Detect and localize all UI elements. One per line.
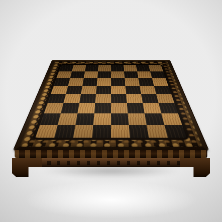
square-c3 (77, 103, 95, 113)
square-h3 (159, 103, 178, 113)
square-e2 (111, 113, 129, 124)
square-h6 (152, 78, 168, 86)
square-b1 (54, 125, 75, 138)
square-e3 (111, 103, 128, 113)
square-d3 (94, 103, 111, 113)
square-f3 (127, 103, 145, 113)
frame-front-edge (15, 150, 208, 158)
square-d4 (95, 94, 111, 103)
square-c5 (81, 86, 97, 94)
square-c7 (84, 71, 98, 78)
square-e4 (111, 94, 127, 103)
square-f6 (125, 78, 140, 86)
square-h7 (150, 71, 165, 78)
square-e6 (111, 78, 125, 86)
dentil-carving (18, 161, 205, 165)
square-f7 (124, 71, 138, 78)
square-e1 (111, 125, 130, 138)
square-h2 (161, 113, 182, 124)
right-foot (180, 158, 210, 177)
square-b7 (70, 71, 85, 78)
square-d7 (97, 71, 111, 78)
square-f1 (129, 125, 149, 138)
board-top-surface (14, 60, 208, 150)
square-c2 (75, 113, 94, 124)
square-c4 (79, 94, 96, 103)
square-b6 (68, 78, 84, 86)
square-c6 (82, 78, 97, 86)
chessboard (0, 0, 222, 222)
square-d1 (92, 125, 111, 138)
base-rail (13, 158, 210, 167)
square-d2 (93, 113, 111, 124)
left-foot (12, 158, 42, 177)
square-b3 (61, 103, 80, 113)
square-d6 (97, 78, 111, 86)
square-d5 (96, 86, 111, 94)
square-f5 (125, 86, 141, 94)
square-c1 (73, 125, 93, 138)
square-f2 (128, 113, 147, 124)
square-h5 (154, 86, 171, 94)
square-e7 (111, 71, 125, 78)
square-e5 (111, 86, 126, 94)
squares-grid (35, 65, 186, 137)
square-f4 (126, 94, 143, 103)
square-b4 (63, 94, 80, 103)
square-b2 (58, 113, 78, 124)
square-h4 (156, 94, 174, 103)
product-photo (0, 0, 222, 222)
square-b5 (66, 86, 83, 94)
